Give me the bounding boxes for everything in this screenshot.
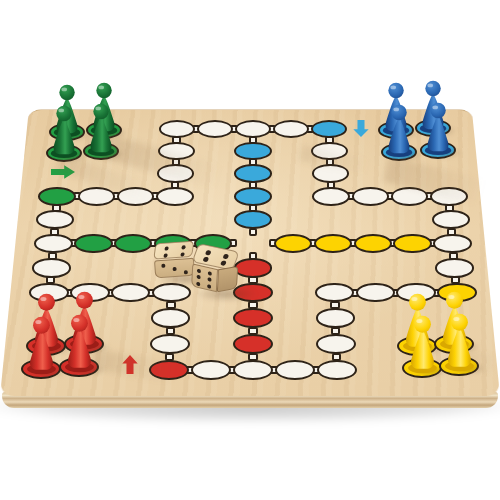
pawn-green-3[interactable] bbox=[49, 105, 79, 160]
home-cell-green-1[interactable] bbox=[74, 234, 113, 253]
home-cell-blue-3[interactable] bbox=[234, 187, 272, 206]
track-cell-r5-c0[interactable] bbox=[34, 234, 73, 253]
track-cell-r8-c7[interactable] bbox=[316, 308, 356, 328]
track-cell-r9-c7[interactable] bbox=[316, 334, 356, 354]
home-cell-yellow-3[interactable] bbox=[314, 234, 353, 253]
track-cell-r9-c3[interactable] bbox=[150, 334, 190, 354]
ludo-board-photo bbox=[0, 0, 500, 500]
track-cell-r5-c10[interactable] bbox=[433, 234, 472, 253]
track-cell-r8-c3[interactable] bbox=[151, 308, 191, 328]
home-cell-yellow-1[interactable] bbox=[393, 234, 432, 253]
home-cell-red-2[interactable] bbox=[233, 308, 273, 328]
track-cell-r3-c3[interactable] bbox=[156, 187, 194, 206]
home-cell-blue-1[interactable] bbox=[234, 142, 271, 161]
pawn-blue-3[interactable] bbox=[384, 104, 414, 159]
track-cell-r3-c8[interactable] bbox=[352, 187, 390, 206]
track-cell-r3-c7[interactable] bbox=[312, 187, 350, 206]
pawn-yellow-3[interactable] bbox=[406, 315, 439, 375]
pawn-blue-4[interactable] bbox=[423, 102, 453, 157]
pawn-red-3[interactable] bbox=[25, 316, 58, 376]
pawn-green-4[interactable] bbox=[86, 103, 116, 158]
track-cell-r3-c1[interactable] bbox=[78, 187, 116, 206]
home-cell-yellow-4[interactable] bbox=[274, 234, 313, 253]
die-2[interactable] bbox=[189, 245, 245, 296]
home-cell-yellow-2[interactable] bbox=[354, 234, 393, 253]
track-cell-r4-c10[interactable] bbox=[432, 210, 470, 229]
home-cell-blue-2[interactable] bbox=[234, 164, 271, 183]
track-cell-r6-c10[interactable] bbox=[435, 258, 474, 277]
track-cell-r6-c0[interactable] bbox=[32, 258, 71, 277]
pawn-red-4[interactable] bbox=[63, 314, 96, 374]
pawn-yellow-4[interactable] bbox=[443, 313, 476, 373]
start-cell-green[interactable] bbox=[38, 187, 76, 206]
home-cell-red-1[interactable] bbox=[233, 334, 273, 354]
